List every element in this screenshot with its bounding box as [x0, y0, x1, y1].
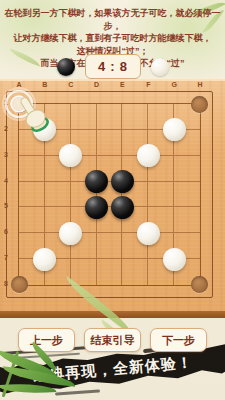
row-label: 3 [2, 151, 10, 158]
board-intersection-cell[interactable] [97, 259, 123, 285]
black-score-stone [57, 58, 75, 76]
white-stone [137, 222, 160, 245]
score-colon: : [110, 59, 114, 74]
white-stone [137, 144, 160, 167]
tutorial-line: 在轮到另一方下棋时，如果该方无子可吃，就必须停一步， [0, 7, 225, 32]
tap-hand-cursor-icon [0, 85, 56, 135]
black-stone [111, 196, 134, 219]
app-root: 在轮到另一方下棋时，如果该方无子可吃，就必须停一步， 让对方继续下棋，直到有子可… [0, 0, 225, 400]
board-top-edge [0, 79, 225, 81]
board-intersection-cell[interactable] [97, 130, 123, 156]
column-label: G [168, 81, 180, 88]
board-intersection-cell[interactable] [97, 104, 123, 130]
next-step-button[interactable]: 下一步 [150, 328, 207, 352]
tutorial-line: 让对方继续下棋，直到有子可吃时方能继续下棋， [0, 32, 225, 45]
end-guide-button[interactable]: 结束引导 [84, 328, 141, 352]
corner-spot[interactable] [11, 276, 28, 293]
row-label: 6 [2, 228, 10, 235]
black-stone [85, 170, 108, 193]
corner-spot[interactable] [191, 96, 208, 113]
black-stone [111, 170, 134, 193]
prev-step-button[interactable]: 上一步 [18, 328, 75, 352]
board-intersection-cell[interactable] [122, 104, 148, 130]
white-stone [163, 248, 186, 271]
board-intersection-cell[interactable] [174, 207, 200, 233]
board-intersection-cell[interactable] [97, 233, 123, 259]
column-label: E [116, 81, 128, 88]
column-label: H [194, 81, 206, 88]
board-intersection-cell[interactable] [19, 207, 45, 233]
score-white-value: 8 [120, 59, 127, 74]
board-intersection-cell[interactable] [19, 156, 45, 182]
score-bar: 4 : 8 [0, 54, 225, 79]
white-stone [163, 118, 186, 141]
row-label: 7 [2, 254, 10, 261]
white-stone [59, 222, 82, 245]
column-label: D [91, 81, 103, 88]
white-score-stone [151, 58, 169, 76]
board-intersection-cell[interactable] [19, 182, 45, 208]
row-label: 5 [2, 202, 10, 209]
ink-splash [55, 389, 100, 395]
board-intersection-cell[interactable] [71, 104, 97, 130]
black-stone [85, 196, 108, 219]
column-label: C [65, 81, 77, 88]
board-intersection-cell[interactable] [45, 182, 71, 208]
board-intersection-cell[interactable] [174, 156, 200, 182]
score-box: 4 : 8 [85, 54, 141, 79]
column-label: F [142, 81, 154, 88]
score-black-value: 4 [98, 59, 105, 74]
board-intersection-cell[interactable] [122, 259, 148, 285]
game-board: ABCDEFGH12345678 [0, 79, 225, 318]
row-label: 4 [2, 177, 10, 184]
board-intersection-cell[interactable] [174, 182, 200, 208]
board-intersection-cell[interactable] [148, 182, 174, 208]
row-label: 8 [2, 280, 10, 287]
white-stone [33, 248, 56, 271]
